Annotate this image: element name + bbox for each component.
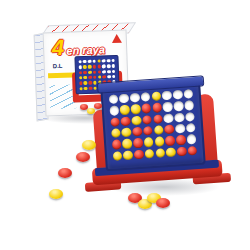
- mini-board-dot: [112, 75, 116, 79]
- mini-board-dot: [107, 75, 111, 79]
- board-cell-r6-c5[interactable]: [155, 147, 167, 159]
- red-disc: [164, 124, 174, 134]
- board-cell-r4-c1[interactable]: [110, 127, 122, 139]
- yellow-disc: [131, 115, 141, 125]
- empty-hole: [119, 94, 129, 104]
- red-disc: [143, 126, 153, 136]
- mini-board-dot: [107, 64, 111, 68]
- board-cell-r6-c6[interactable]: [165, 146, 177, 158]
- empty-hole: [173, 90, 183, 100]
- mini-board-dot: [79, 71, 83, 75]
- mini-board-dot: [79, 87, 83, 91]
- red-disc: [141, 103, 151, 113]
- mini-board-dot: [112, 64, 116, 68]
- box-title-number: 4: [52, 35, 65, 60]
- board-cell-r6-c1[interactable]: [112, 150, 124, 162]
- yellow-disc: [123, 150, 133, 160]
- board-cell-r5-c4[interactable]: [143, 136, 155, 148]
- empty-hole: [162, 91, 172, 101]
- mini-board-dot: [88, 65, 92, 69]
- board-cell-r3-c8[interactable]: [184, 111, 196, 123]
- yellow-disc: [154, 137, 164, 147]
- board-cell-r6-c7[interactable]: [176, 145, 188, 157]
- mini-board-dot: [102, 70, 106, 74]
- board-cell-r3-c7[interactable]: [174, 111, 186, 123]
- mini-board-dot: [78, 60, 82, 64]
- mini-board-dot: [97, 59, 101, 63]
- red-disc: [134, 149, 144, 159]
- empty-hole: [174, 112, 184, 122]
- mini-board-dot: [88, 60, 92, 64]
- board-cell-r2-c6[interactable]: [162, 101, 174, 113]
- board-cell-r3-c6[interactable]: [163, 112, 175, 124]
- red-loose-disc[interactable]: [76, 152, 90, 162]
- board-cell-r5-c5[interactable]: [154, 136, 166, 148]
- board-cell-r3-c3[interactable]: [131, 114, 143, 126]
- red-loose-disc[interactable]: [58, 168, 72, 178]
- empty-hole: [187, 134, 197, 144]
- board-cell-r5-c3[interactable]: [132, 137, 144, 149]
- board-cell-r5-c2[interactable]: [122, 138, 134, 150]
- board-cell-r2-c7[interactable]: [173, 100, 185, 112]
- red-disc: [112, 140, 122, 150]
- mini-board-dot: [93, 70, 97, 74]
- mini-board-dot: [102, 59, 106, 63]
- mini-board-dot: [89, 86, 93, 90]
- mini-board-dot: [98, 70, 102, 74]
- connect-four-board: [100, 81, 206, 172]
- board-cell-r2-c4[interactable]: [141, 102, 153, 114]
- mini-board-dot: [83, 76, 87, 80]
- empty-hole: [184, 100, 194, 110]
- empty-hole: [175, 124, 185, 134]
- yellow-disc: [131, 104, 141, 114]
- yellow-disc: [151, 91, 161, 101]
- yellow-disc: [155, 148, 165, 158]
- yellow-disc: [144, 137, 154, 147]
- board-cell-r1-c8[interactable]: [183, 88, 195, 100]
- board-cell-r6-c3[interactable]: [133, 148, 145, 160]
- red-disc: [121, 116, 131, 126]
- red-disc: [132, 127, 142, 137]
- yellow-disc: [111, 128, 121, 138]
- red-disc: [142, 115, 152, 125]
- board-cell-r1-c5[interactable]: [151, 90, 163, 102]
- yellow-disc: [144, 149, 154, 159]
- board-cell-r4-c4[interactable]: [142, 125, 154, 137]
- board-cell-r4-c3[interactable]: [131, 126, 143, 138]
- product-photo: 4en raya D.L: [0, 0, 250, 250]
- mini-board-dot: [97, 65, 101, 69]
- mini-board-dot: [98, 75, 102, 79]
- empty-hole: [186, 123, 196, 133]
- board-cell-r2-c5[interactable]: [151, 102, 163, 114]
- yellow-loose-disc[interactable]: [49, 189, 63, 199]
- mini-board-dot: [84, 81, 88, 85]
- empty-hole: [108, 94, 118, 104]
- mini-board-dot: [93, 65, 97, 69]
- board-cell-r3-c2[interactable]: [120, 115, 132, 127]
- yellow-disc: [166, 147, 176, 157]
- empty-hole: [109, 106, 119, 116]
- mini-board-dot: [88, 76, 92, 80]
- empty-hole: [183, 89, 193, 99]
- empty-hole: [163, 102, 173, 112]
- board-cell-r1-c1[interactable]: [108, 93, 120, 105]
- empty-hole: [141, 92, 151, 102]
- board-cell-r6-c4[interactable]: [144, 148, 156, 160]
- board-cell-r3-c1[interactable]: [109, 116, 121, 128]
- empty-hole: [173, 101, 183, 111]
- board-cell-r5-c1[interactable]: [111, 139, 123, 151]
- board-cell-r5-c6[interactable]: [164, 135, 176, 147]
- red-disc: [110, 117, 120, 127]
- red-disc: [187, 146, 197, 156]
- red-disc: [152, 103, 162, 113]
- board-cell-r1-c7[interactable]: [172, 89, 184, 101]
- mini-board-dot: [102, 75, 106, 79]
- board-cell-r2-c1[interactable]: [108, 105, 120, 117]
- mini-board-dot: [84, 87, 88, 91]
- board-cell-r4-c6[interactable]: [164, 123, 176, 135]
- board-cell-r4-c5[interactable]: [153, 124, 165, 136]
- mini-board-dot: [107, 59, 111, 63]
- mini-board-dot: [79, 76, 83, 80]
- yellow-loose-disc[interactable]: [87, 108, 95, 114]
- age-warning-triangle-icon: [112, 34, 122, 43]
- mini-board-dot: [112, 70, 116, 74]
- mini-board-dot: [93, 76, 97, 80]
- mini-board-dot: [111, 59, 115, 63]
- mini-board-dot: [107, 70, 111, 74]
- board-cell-r3-c5[interactable]: [152, 113, 164, 125]
- board-cell-r5-c7[interactable]: [175, 134, 187, 146]
- empty-hole: [164, 113, 174, 123]
- yellow-disc: [122, 139, 132, 149]
- red-disc: [153, 114, 163, 124]
- mini-board-dot: [83, 65, 87, 69]
- board-cell-r2-c3[interactable]: [130, 103, 142, 115]
- red-disc: [177, 146, 187, 156]
- mini-board-dot: [83, 60, 87, 64]
- mini-board-dot: [79, 81, 83, 85]
- board-cell-r1-c3[interactable]: [129, 92, 141, 104]
- red-disc: [133, 138, 143, 148]
- mini-board-dot: [92, 60, 96, 64]
- board-cell-r1-c4[interactable]: [140, 91, 152, 103]
- yellow-disc: [154, 125, 164, 135]
- board-cell-r4-c8[interactable]: [185, 122, 197, 134]
- board-cell-r1-c2[interactable]: [118, 93, 130, 105]
- board-cell-r3-c4[interactable]: [141, 114, 153, 126]
- empty-hole: [130, 93, 140, 103]
- yellow-disc: [121, 127, 131, 137]
- empty-hole: [185, 112, 195, 122]
- board-cell-r2-c2[interactable]: [119, 104, 131, 116]
- red-disc: [165, 136, 175, 146]
- mini-board-dot: [88, 70, 92, 74]
- board-cell-r5-c8[interactable]: [186, 133, 198, 145]
- board-cell-r1-c6[interactable]: [161, 90, 173, 102]
- red-disc: [176, 135, 186, 145]
- board-grid: [100, 81, 206, 172]
- board-cell-r6-c2[interactable]: [122, 149, 134, 161]
- red-loose-disc[interactable]: [156, 198, 170, 208]
- yellow-disc: [112, 151, 122, 161]
- mini-board-dot: [102, 65, 106, 69]
- board-cell-r6-c8[interactable]: [187, 145, 199, 157]
- publisher-mark: D.L: [53, 63, 63, 69]
- board-cell-r4-c7[interactable]: [174, 123, 186, 135]
- mini-board-dot: [83, 71, 87, 75]
- mini-board-dot: [88, 81, 92, 85]
- board-cell-r4-c2[interactable]: [121, 126, 133, 138]
- yellow-loose-disc[interactable]: [82, 140, 96, 150]
- mini-board-dot: [78, 65, 82, 69]
- board-cell-r2-c8[interactable]: [184, 99, 196, 111]
- red-loose-disc[interactable]: [94, 103, 102, 109]
- yellow-disc: [120, 105, 130, 115]
